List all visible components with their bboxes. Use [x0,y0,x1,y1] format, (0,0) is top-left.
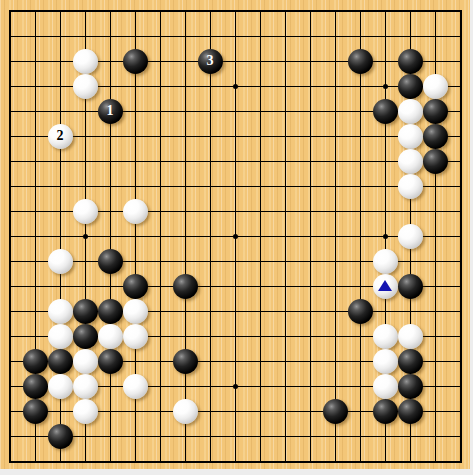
stone-white [73,74,98,99]
stone-black [423,149,448,174]
stone-white [398,174,423,199]
stone-white [398,99,423,124]
star-point [83,234,88,239]
stone-black [398,349,423,374]
stone-white [123,299,148,324]
stone-black [73,299,98,324]
stone-black [423,99,448,124]
grid-line-vertical [310,11,311,462]
stone-white [48,299,73,324]
stone-black [48,424,73,449]
stone-black [73,324,98,349]
stone-white [123,374,148,399]
stone-white [423,74,448,99]
move-number-label: 2 [57,129,64,143]
stone-black [348,299,373,324]
stone-white: 2 [48,124,73,149]
stone-white [173,399,198,424]
grid-line-vertical [335,11,336,462]
stone-black [398,49,423,74]
stone-white [73,374,98,399]
stone-black [398,374,423,399]
stone-black [23,399,48,424]
grid-line-vertical [360,11,361,462]
stone-white [48,249,73,274]
stone-black [373,399,398,424]
stone-white [373,349,398,374]
stone-white [373,274,398,299]
stone-black [398,399,423,424]
move-number-label: 1 [107,104,114,118]
stone-white [373,324,398,349]
stone-white [73,49,98,74]
stone-black [123,274,148,299]
stone-white [48,324,73,349]
stone-black [98,249,123,274]
stone-black [23,349,48,374]
stone-black [98,299,123,324]
star-point [233,384,238,389]
stone-white [73,399,98,424]
stone-white [373,374,398,399]
stone-white [73,349,98,374]
stone-white [98,324,123,349]
stone-black [323,399,348,424]
stone-black: 1 [98,99,123,124]
stone-black [123,49,148,74]
stone-black [48,349,73,374]
grid-line-vertical [260,11,261,462]
triangle-marker [378,280,392,291]
stone-black [398,74,423,99]
grid-line-vertical [285,11,286,462]
go-viewer-screen: 312 [0,0,473,475]
grid-line-horizontal [10,436,461,437]
stone-white [398,124,423,149]
stone-black [423,124,448,149]
stone-black [373,99,398,124]
stone-black [23,374,48,399]
star-point [233,84,238,89]
stone-white [398,224,423,249]
stone-white [123,199,148,224]
stone-black [173,274,198,299]
stone-black: 3 [198,49,223,74]
stone-black [98,349,123,374]
stone-white [398,324,423,349]
stone-black [173,349,198,374]
move-number-label: 3 [207,54,214,68]
stone-white [48,374,73,399]
go-board[interactable]: 312 [0,0,470,469]
stone-white [123,324,148,349]
stone-black [348,49,373,74]
stone-white [73,199,98,224]
star-point [383,234,388,239]
star-point [233,234,238,239]
stone-white [398,149,423,174]
stone-black [398,274,423,299]
stone-white [373,249,398,274]
star-point [383,84,388,89]
